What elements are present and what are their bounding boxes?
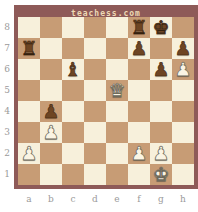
square-d8[interactable] [84, 17, 106, 38]
square-c2[interactable] [62, 143, 84, 164]
square-g4[interactable] [150, 101, 172, 122]
square-g1[interactable]: ♚ [150, 164, 172, 185]
file-label-g: g [150, 189, 172, 212]
square-g6[interactable]: ♟ [150, 59, 172, 80]
piece-black-pawn-g6[interactable]: ♟ [152, 59, 169, 80]
square-d7[interactable] [84, 38, 106, 59]
rank-labels: 87654321 [0, 17, 14, 185]
square-b4[interactable]: ♟ [40, 101, 62, 122]
square-f3[interactable] [128, 122, 150, 143]
square-e7[interactable] [106, 38, 128, 59]
square-c5[interactable] [62, 80, 84, 101]
square-d2[interactable] [84, 143, 106, 164]
square-h2[interactable] [172, 143, 194, 164]
square-g3[interactable] [150, 122, 172, 143]
square-e1[interactable] [106, 164, 128, 185]
page: 87654321 abcdefgh teachess.com ♜♚♜♟♟♝♟♟♛… [0, 0, 198, 212]
square-d5[interactable] [84, 80, 106, 101]
square-f5[interactable] [128, 80, 150, 101]
piece-white-pawn-h6[interactable]: ♟ [174, 59, 191, 80]
rank-label-2: 2 [0, 143, 14, 164]
square-b2[interactable] [40, 143, 62, 164]
square-e6[interactable] [106, 59, 128, 80]
chessboard-widget: teachess.com ♜♚♜♟♟♝♟♟♛♟♟♟♟♟♚ [14, 5, 198, 189]
square-h5[interactable] [172, 80, 194, 101]
square-g2[interactable]: ♟ [150, 143, 172, 164]
file-label-a: a [18, 189, 40, 212]
file-label-f: f [128, 189, 150, 212]
rank-label-1: 1 [0, 164, 14, 185]
piece-white-pawn-f2[interactable]: ♟ [130, 143, 147, 164]
square-f8[interactable]: ♜ [128, 17, 150, 38]
square-e5[interactable]: ♛ [106, 80, 128, 101]
file-label-b: b [40, 189, 62, 212]
square-h7[interactable]: ♟ [172, 38, 194, 59]
square-h4[interactable] [172, 101, 194, 122]
site-banner: teachess.com [14, 5, 198, 17]
piece-black-pawn-f7[interactable]: ♟ [130, 38, 147, 59]
square-f4[interactable] [128, 101, 150, 122]
square-c3[interactable] [62, 122, 84, 143]
file-label-d: d [84, 189, 106, 212]
square-c7[interactable] [62, 38, 84, 59]
file-label-e: e [106, 189, 128, 212]
square-f1[interactable] [128, 164, 150, 185]
square-a3[interactable] [18, 122, 40, 143]
file-label-h: h [172, 189, 194, 212]
piece-black-pawn-h7[interactable]: ♟ [174, 38, 191, 59]
piece-white-pawn-a2[interactable]: ♟ [20, 143, 37, 164]
board-frame: ♜♚♜♟♟♝♟♟♛♟♟♟♟♟♚ [14, 17, 198, 189]
piece-black-rook-f8[interactable]: ♜ [130, 17, 147, 38]
square-e8[interactable] [106, 17, 128, 38]
square-c1[interactable] [62, 164, 84, 185]
piece-black-king-g8[interactable]: ♚ [152, 17, 169, 38]
square-h1[interactable] [172, 164, 194, 185]
square-d1[interactable] [84, 164, 106, 185]
square-e2[interactable] [106, 143, 128, 164]
square-b3[interactable]: ♟ [40, 122, 62, 143]
square-d3[interactable] [84, 122, 106, 143]
rank-label-8: 8 [0, 17, 14, 38]
square-c4[interactable] [62, 101, 84, 122]
piece-white-pawn-g2[interactable]: ♟ [152, 143, 169, 164]
square-a6[interactable] [18, 59, 40, 80]
square-c8[interactable] [62, 17, 84, 38]
square-h8[interactable] [172, 17, 194, 38]
square-b1[interactable] [40, 164, 62, 185]
rank-label-5: 5 [0, 80, 14, 101]
square-a5[interactable] [18, 80, 40, 101]
square-a4[interactable] [18, 101, 40, 122]
square-b8[interactable] [40, 17, 62, 38]
file-label-c: c [62, 189, 84, 212]
square-e3[interactable] [106, 122, 128, 143]
square-f7[interactable]: ♟ [128, 38, 150, 59]
square-e4[interactable] [106, 101, 128, 122]
piece-white-queen-e5[interactable]: ♛ [108, 80, 125, 101]
square-d4[interactable] [84, 101, 106, 122]
piece-black-pawn-b4[interactable]: ♟ [42, 101, 59, 122]
square-a7[interactable]: ♜ [18, 38, 40, 59]
rank-label-4: 4 [0, 101, 14, 122]
square-g5[interactable] [150, 80, 172, 101]
piece-white-king-g1[interactable]: ♚ [152, 164, 169, 185]
rank-label-7: 7 [0, 38, 14, 59]
square-b6[interactable] [40, 59, 62, 80]
square-f2[interactable]: ♟ [128, 143, 150, 164]
square-a8[interactable] [18, 17, 40, 38]
rank-label-3: 3 [0, 122, 14, 143]
square-b7[interactable] [40, 38, 62, 59]
piece-black-bishop-c6[interactable]: ♝ [64, 59, 81, 80]
square-h3[interactable] [172, 122, 194, 143]
rank-label-6: 6 [0, 59, 14, 80]
square-f6[interactable] [128, 59, 150, 80]
square-g8[interactable]: ♚ [150, 17, 172, 38]
file-labels: abcdefgh [18, 189, 194, 212]
square-g7[interactable] [150, 38, 172, 59]
square-d6[interactable] [84, 59, 106, 80]
square-h6[interactable]: ♟ [172, 59, 194, 80]
square-b5[interactable] [40, 80, 62, 101]
square-c6[interactable]: ♝ [62, 59, 84, 80]
square-a1[interactable] [18, 164, 40, 185]
piece-white-pawn-b3[interactable]: ♟ [42, 122, 59, 143]
board: ♜♚♜♟♟♝♟♟♛♟♟♟♟♟♚ [18, 17, 194, 185]
piece-black-rook-a7[interactable]: ♜ [20, 38, 37, 59]
square-a2[interactable]: ♟ [18, 143, 40, 164]
